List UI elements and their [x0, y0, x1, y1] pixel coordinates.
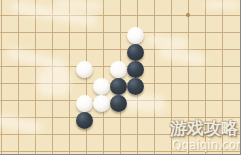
board-intersection[interactable]: [129, 24, 146, 41]
watermark-title: 游戏攻略: [170, 118, 240, 139]
board-intersection[interactable]: [10, 143, 27, 155]
board-intersection[interactable]: [146, 75, 163, 92]
board-intersection[interactable]: [129, 109, 146, 126]
board-intersection[interactable]: [0, 75, 10, 92]
board-intersection[interactable]: [27, 41, 44, 58]
board-intersection[interactable]: [0, 126, 10, 143]
board-intersection[interactable]: [146, 92, 163, 109]
board-intersection[interactable]: [112, 143, 129, 155]
board-intersection[interactable]: [95, 126, 112, 143]
board-intersection[interactable]: [10, 92, 27, 109]
board-intersection[interactable]: [180, 75, 197, 92]
board-intersection[interactable]: [214, 75, 231, 92]
board-intersection[interactable]: [146, 24, 163, 41]
board-intersection[interactable]: [0, 58, 10, 75]
board-intersection[interactable]: [129, 143, 146, 155]
board-intersection[interactable]: [95, 109, 112, 126]
board-intersection[interactable]: [163, 41, 180, 58]
board-intersection[interactable]: [78, 7, 95, 24]
board-intersection[interactable]: [146, 109, 163, 126]
board-intersection[interactable]: [27, 109, 44, 126]
board-intersection[interactable]: [95, 24, 112, 41]
board-intersection[interactable]: [27, 58, 44, 75]
board-intersection[interactable]: [27, 75, 44, 92]
board-intersection[interactable]: [0, 109, 10, 126]
board-intersection[interactable]: [197, 7, 214, 24]
board-intersection[interactable]: [44, 41, 61, 58]
board-intersection[interactable]: [78, 41, 95, 58]
board-intersection[interactable]: [61, 41, 78, 58]
board-intersection[interactable]: [61, 126, 78, 143]
board-intersection[interactable]: [180, 24, 197, 41]
board-intersection[interactable]: [10, 126, 27, 143]
board-intersection[interactable]: [44, 75, 61, 92]
board-intersection[interactable]: [231, 41, 241, 58]
board-intersection[interactable]: [78, 24, 95, 41]
board-intersection[interactable]: [10, 58, 27, 75]
board-intersection[interactable]: [0, 7, 10, 24]
board-intersection[interactable]: [95, 7, 112, 24]
board-intersection[interactable]: [197, 41, 214, 58]
board-intersection[interactable]: [163, 75, 180, 92]
board-intersection[interactable]: [44, 7, 61, 24]
board-intersection[interactable]: [129, 92, 146, 109]
board-intersection[interactable]: [180, 92, 197, 109]
board-intersection[interactable]: [231, 58, 241, 75]
board-intersection[interactable]: [78, 126, 95, 143]
board-intersection[interactable]: [146, 41, 163, 58]
board-intersection[interactable]: [146, 58, 163, 75]
board-intersection[interactable]: [61, 75, 78, 92]
board-intersection[interactable]: [214, 92, 231, 109]
board-intersection[interactable]: [27, 143, 44, 155]
board-intersection[interactable]: [129, 126, 146, 143]
board-intersection[interactable]: [180, 7, 197, 24]
board-intersection[interactable]: [197, 58, 214, 75]
board-intersection[interactable]: [27, 7, 44, 24]
board-intersection[interactable]: [197, 75, 214, 92]
board-intersection[interactable]: [78, 58, 95, 75]
board-intersection[interactable]: [95, 143, 112, 155]
board-intersection[interactable]: [95, 41, 112, 58]
board-intersection[interactable]: [112, 92, 129, 109]
board-intersection[interactable]: [10, 24, 27, 41]
board-intersection[interactable]: [163, 24, 180, 41]
board-intersection[interactable]: [146, 126, 163, 143]
board-intersection[interactable]: [44, 58, 61, 75]
board-intersection[interactable]: [146, 143, 163, 155]
board-intersection[interactable]: [10, 109, 27, 126]
board-intersection[interactable]: [0, 92, 10, 109]
board-intersection[interactable]: [214, 24, 231, 41]
board-intersection[interactable]: [129, 7, 146, 24]
board-intersection[interactable]: [44, 109, 61, 126]
board-intersection[interactable]: [231, 24, 241, 41]
board-intersection[interactable]: [44, 126, 61, 143]
board-intersection[interactable]: [214, 41, 231, 58]
board-intersection[interactable]: [44, 143, 61, 155]
board-intersection[interactable]: [61, 24, 78, 41]
board-intersection[interactable]: [44, 92, 61, 109]
board-intersection[interactable]: [197, 24, 214, 41]
board-intersection[interactable]: [163, 7, 180, 24]
board-intersection[interactable]: [0, 24, 10, 41]
board-intersection[interactable]: [231, 92, 241, 109]
board-intersection[interactable]: [163, 92, 180, 109]
board-intersection[interactable]: [112, 109, 129, 126]
board-intersection[interactable]: [10, 41, 27, 58]
board-intersection[interactable]: [78, 109, 95, 126]
board-intersection[interactable]: [61, 143, 78, 155]
watermark-url: Qqaiqin.com: [172, 138, 240, 152]
board-intersection[interactable]: [180, 41, 197, 58]
board-intersection[interactable]: [129, 75, 146, 92]
board-intersection[interactable]: [0, 41, 10, 58]
board-intersection[interactable]: [0, 143, 10, 155]
board-intersection[interactable]: [44, 24, 61, 41]
board-intersection[interactable]: [27, 92, 44, 109]
board-intersection[interactable]: [231, 75, 241, 92]
board-intersection[interactable]: [78, 143, 95, 155]
board-intersection[interactable]: [214, 58, 231, 75]
board-intersection[interactable]: [214, 7, 231, 24]
board-intersection[interactable]: [112, 7, 129, 24]
board-intersection[interactable]: [27, 24, 44, 41]
board-intersection[interactable]: [180, 58, 197, 75]
gomoku-board: 游戏攻略 Qqaiqin.com: [0, 0, 240, 154]
board-intersection[interactable]: [146, 7, 163, 24]
board-intersection[interactable]: [231, 7, 241, 24]
board-intersection[interactable]: [197, 92, 214, 109]
board-intersection[interactable]: [10, 7, 27, 24]
board-intersection[interactable]: [129, 41, 146, 58]
board-intersection[interactable]: [112, 126, 129, 143]
board-intersection[interactable]: [61, 7, 78, 24]
board-intersection[interactable]: [27, 126, 44, 143]
board-intersection[interactable]: [10, 75, 27, 92]
board-intersection[interactable]: [129, 58, 146, 75]
star-point: [186, 13, 190, 17]
board-intersection[interactable]: [163, 58, 180, 75]
